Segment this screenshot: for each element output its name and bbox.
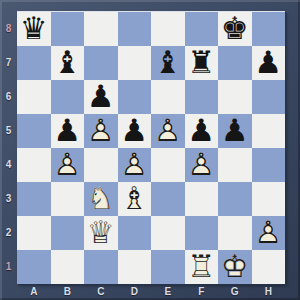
square-d7[interactable] (118, 46, 152, 80)
square-a2[interactable] (17, 216, 51, 250)
square-e7[interactable]: ♝ (151, 46, 185, 80)
square-f1[interactable]: ♜♖ (185, 250, 219, 284)
black-pawn-glyph: ♟ (185, 115, 219, 146)
square-b2[interactable] (51, 216, 85, 250)
square-b1[interactable] (51, 250, 85, 284)
square-c7[interactable] (84, 46, 118, 80)
square-e1[interactable] (151, 250, 185, 284)
square-a3[interactable] (17, 182, 51, 216)
white-king-outline-glyph: ♔ (218, 251, 252, 282)
rank-label-6: 6 (6, 91, 12, 102)
file-label-e: E (164, 286, 171, 297)
black-pawn-glyph: ♟ (84, 81, 118, 112)
black-pawn-glyph: ♟ (118, 115, 152, 146)
piece-black-queen[interactable]: ♛ (17, 12, 51, 46)
file-label-c: C (97, 286, 104, 297)
piece-black-bishop[interactable]: ♝ (51, 46, 85, 80)
square-f7[interactable]: ♜ (185, 46, 219, 80)
piece-white-bishop[interactable]: ♝♗ (118, 182, 152, 216)
rank-labels-gutter: 87654321 (0, 11, 17, 283)
piece-white-king[interactable]: ♚♔ (218, 250, 252, 284)
piece-white-pawn[interactable]: ♟♙ (185, 148, 219, 182)
black-bishop-glyph: ♝ (51, 47, 85, 78)
file-labels-gutter: ABCDEFGH (17, 283, 285, 300)
square-b6[interactable] (51, 80, 85, 114)
square-h7[interactable]: ♟ (252, 46, 286, 80)
piece-black-bishop[interactable]: ♝ (151, 46, 185, 80)
square-g2[interactable] (218, 216, 252, 250)
square-b7[interactable]: ♝ (51, 46, 85, 80)
square-d1[interactable] (118, 250, 152, 284)
square-c8[interactable] (84, 12, 118, 46)
square-d6[interactable] (118, 80, 152, 114)
white-rook-glyph: ♜ (185, 251, 219, 282)
square-g4[interactable] (218, 148, 252, 182)
piece-white-pawn[interactable]: ♟♙ (118, 148, 152, 182)
square-b8[interactable] (51, 12, 85, 46)
square-g8[interactable]: ♚ (218, 12, 252, 46)
file-label-d: D (131, 286, 138, 297)
square-c5[interactable]: ♟♙ (84, 114, 118, 148)
white-pawn-outline-glyph: ♙ (84, 115, 118, 146)
white-pawn-glyph: ♟ (118, 149, 152, 180)
square-h3[interactable] (252, 182, 286, 216)
piece-white-pawn[interactable]: ♟♙ (252, 216, 286, 250)
square-d4[interactable]: ♟♙ (118, 148, 152, 182)
square-d8[interactable] (118, 12, 152, 46)
square-a6[interactable] (17, 80, 51, 114)
white-pawn-outline-glyph: ♙ (118, 149, 152, 180)
white-knight-glyph: ♞ (84, 183, 118, 214)
piece-white-rook[interactable]: ♜♖ (185, 250, 219, 284)
file-label-g: G (231, 286, 239, 297)
piece-black-pawn[interactable]: ♟ (118, 114, 152, 148)
square-f6[interactable] (185, 80, 219, 114)
square-a1[interactable] (17, 250, 51, 284)
square-a7[interactable] (17, 46, 51, 80)
square-a8[interactable]: ♛ (17, 12, 51, 46)
white-pawn-glyph: ♟ (185, 149, 219, 180)
rank-label-4: 4 (6, 159, 12, 170)
square-d3[interactable]: ♝♗ (118, 182, 152, 216)
square-b3[interactable] (51, 182, 85, 216)
chess-board[interactable]: ♛♚♝♝♜♟♟♟♟♙♟♟♙♟♟♟♙♟♙♟♙♞♘♝♗♛♕♟♙♜♖♚♔ (17, 11, 285, 284)
square-e2[interactable] (151, 216, 185, 250)
rank-label-8: 8 (6, 23, 12, 34)
piece-white-queen[interactable]: ♛♕ (84, 216, 118, 250)
white-pawn-outline-glyph: ♙ (185, 149, 219, 180)
black-queen-glyph: ♛ (17, 13, 51, 44)
square-b5[interactable]: ♟ (51, 114, 85, 148)
square-h1[interactable] (252, 250, 286, 284)
white-queen-outline-glyph: ♕ (84, 217, 118, 248)
file-label-f: F (198, 286, 204, 297)
square-h5[interactable] (252, 114, 286, 148)
black-rook-glyph: ♜ (185, 47, 219, 78)
square-c2[interactable]: ♛♕ (84, 216, 118, 250)
rank-label-3: 3 (6, 193, 12, 204)
square-f3[interactable] (185, 182, 219, 216)
square-e3[interactable] (151, 182, 185, 216)
white-pawn-glyph: ♟ (51, 149, 85, 180)
piece-black-pawn[interactable]: ♟ (218, 114, 252, 148)
square-g1[interactable]: ♚♔ (218, 250, 252, 284)
white-knight-outline-glyph: ♘ (84, 183, 118, 214)
white-queen-glyph: ♛ (84, 217, 118, 248)
square-e8[interactable] (151, 12, 185, 46)
white-pawn-outline-glyph: ♙ (51, 149, 85, 180)
white-bishop-glyph: ♝ (118, 183, 152, 214)
square-e4[interactable] (151, 148, 185, 182)
square-g5[interactable]: ♟ (218, 114, 252, 148)
file-label-b: B (64, 286, 71, 297)
square-f4[interactable]: ♟♙ (185, 148, 219, 182)
square-b4[interactable]: ♟♙ (51, 148, 85, 182)
rank-label-7: 7 (6, 57, 12, 68)
rank-label-2: 2 (6, 227, 12, 238)
piece-white-pawn[interactable]: ♟♙ (84, 114, 118, 148)
black-bishop-glyph: ♝ (151, 47, 185, 78)
square-h4[interactable] (252, 148, 286, 182)
black-pawn-glyph: ♟ (252, 47, 286, 78)
square-f5[interactable]: ♟ (185, 114, 219, 148)
square-c3[interactable]: ♞♘ (84, 182, 118, 216)
square-e5[interactable]: ♟♙ (151, 114, 185, 148)
square-g6[interactable] (218, 80, 252, 114)
square-g7[interactable] (218, 46, 252, 80)
white-pawn-glyph: ♟ (151, 115, 185, 146)
white-pawn-glyph: ♟ (84, 115, 118, 146)
square-f2[interactable] (185, 216, 219, 250)
square-h2[interactable]: ♟♙ (252, 216, 286, 250)
white-rook-outline-glyph: ♖ (185, 251, 219, 282)
piece-black-rook[interactable]: ♜ (185, 46, 219, 80)
white-king-glyph: ♚ (218, 251, 252, 282)
white-pawn-outline-glyph: ♙ (252, 217, 286, 248)
rank-label-5: 5 (6, 125, 12, 136)
square-a4[interactable] (17, 148, 51, 182)
white-bishop-outline-glyph: ♗ (118, 183, 152, 214)
black-pawn-glyph: ♟ (51, 115, 85, 146)
square-f8[interactable] (185, 12, 219, 46)
black-pawn-glyph: ♟ (218, 115, 252, 146)
piece-black-pawn[interactable]: ♟ (252, 46, 286, 80)
black-king-glyph: ♚ (218, 13, 252, 44)
square-d5[interactable]: ♟ (118, 114, 152, 148)
piece-black-pawn[interactable]: ♟ (185, 114, 219, 148)
square-d2[interactable] (118, 216, 152, 250)
square-c1[interactable] (84, 250, 118, 284)
square-a5[interactable] (17, 114, 51, 148)
square-h6[interactable] (252, 80, 286, 114)
piece-white-pawn[interactable]: ♟♙ (151, 114, 185, 148)
file-label-a: A (30, 286, 37, 297)
rank-label-1: 1 (6, 261, 12, 272)
piece-white-knight[interactable]: ♞♘ (84, 182, 118, 216)
piece-black-king[interactable]: ♚ (218, 12, 252, 46)
piece-black-pawn[interactable]: ♟ (51, 114, 85, 148)
chess-board-frame: 87654321 ♛♚♝♝♜♟♟♟♟♙♟♟♙♟♟♟♙♟♙♟♙♞♘♝♗♛♕♟♙♜♖… (0, 0, 300, 300)
piece-white-pawn[interactable]: ♟♙ (51, 148, 85, 182)
square-c4[interactable] (84, 148, 118, 182)
piece-black-pawn[interactable]: ♟ (84, 80, 118, 114)
file-label-h: H (265, 286, 272, 297)
square-h8[interactable] (252, 12, 286, 46)
square-c6[interactable]: ♟ (84, 80, 118, 114)
white-pawn-glyph: ♟ (252, 217, 286, 248)
white-pawn-outline-glyph: ♙ (151, 115, 185, 146)
square-g3[interactable] (218, 182, 252, 216)
square-e6[interactable] (151, 80, 185, 114)
